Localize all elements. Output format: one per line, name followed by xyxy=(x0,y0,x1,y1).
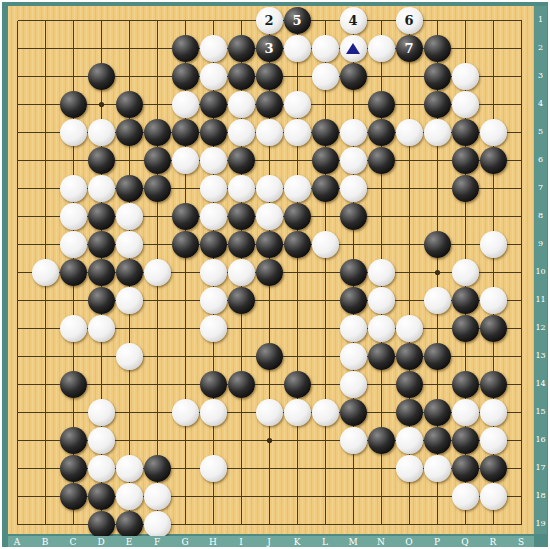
intersection xyxy=(451,454,479,482)
intersection xyxy=(311,202,339,230)
intersection xyxy=(311,90,339,118)
row-label: 5 xyxy=(538,128,543,136)
intersection xyxy=(311,510,339,538)
column-label: D xyxy=(97,537,104,546)
intersection xyxy=(255,146,283,174)
intersection xyxy=(115,230,143,258)
intersection xyxy=(451,258,479,286)
intersection xyxy=(479,202,507,230)
column-label: A xyxy=(14,537,21,546)
intersection xyxy=(3,286,31,314)
white-stone xyxy=(116,287,143,314)
intersection xyxy=(87,370,115,398)
white-stone xyxy=(200,35,227,62)
intersection xyxy=(3,510,31,538)
intersection xyxy=(367,62,395,90)
black-stone xyxy=(228,203,255,230)
white-stone xyxy=(396,119,423,146)
intersection xyxy=(115,6,143,34)
intersection xyxy=(283,258,311,286)
intersection xyxy=(283,202,311,230)
intersection xyxy=(507,34,535,62)
intersection xyxy=(143,454,171,482)
column-label: S xyxy=(518,537,524,546)
intersection xyxy=(255,230,283,258)
white-stone xyxy=(312,399,339,426)
intersection xyxy=(423,34,451,62)
intersection xyxy=(59,146,87,174)
intersection xyxy=(143,286,171,314)
white-stone xyxy=(368,259,395,286)
black-stone xyxy=(228,231,255,258)
intersection xyxy=(479,286,507,314)
intersection xyxy=(171,62,199,90)
intersection xyxy=(255,286,283,314)
intersection xyxy=(283,146,311,174)
white-stone xyxy=(452,63,479,90)
white-stone xyxy=(284,399,311,426)
black-stone xyxy=(424,399,451,426)
black-stone xyxy=(116,119,143,146)
black-stone xyxy=(116,259,143,286)
intersection xyxy=(143,34,171,62)
black-stone xyxy=(228,147,255,174)
column-label: E xyxy=(126,537,133,546)
column-label: N xyxy=(377,537,385,546)
intersection xyxy=(171,258,199,286)
intersection xyxy=(451,286,479,314)
black-stone xyxy=(88,231,115,258)
intersection xyxy=(171,342,199,370)
intersection xyxy=(199,314,227,342)
intersection xyxy=(59,510,87,538)
white-stone xyxy=(340,343,367,370)
black-stone xyxy=(452,371,479,398)
black-stone xyxy=(396,399,423,426)
intersection xyxy=(339,426,367,454)
white-stone xyxy=(340,371,367,398)
white-stone xyxy=(60,203,87,230)
intersection xyxy=(87,426,115,454)
intersection xyxy=(423,202,451,230)
intersection xyxy=(115,454,143,482)
intersection xyxy=(507,118,535,146)
black-stone xyxy=(116,91,143,118)
intersection xyxy=(367,370,395,398)
intersection xyxy=(59,34,87,62)
intersection xyxy=(143,398,171,426)
intersection xyxy=(3,398,31,426)
white-stone xyxy=(60,315,87,342)
intersection xyxy=(59,230,87,258)
intersection xyxy=(59,62,87,90)
black-stone xyxy=(256,259,283,286)
intersection xyxy=(31,426,59,454)
intersection xyxy=(367,202,395,230)
white-stone xyxy=(340,35,367,62)
black-stone xyxy=(88,483,115,510)
intersection xyxy=(199,510,227,538)
white-stone xyxy=(312,63,339,90)
intersection xyxy=(31,370,59,398)
black-stone xyxy=(340,287,367,314)
white-stone xyxy=(480,231,507,258)
intersection xyxy=(395,342,423,370)
intersection xyxy=(451,174,479,202)
black-stone xyxy=(452,315,479,342)
black-stone xyxy=(396,343,423,370)
intersection xyxy=(3,454,31,482)
intersection xyxy=(311,314,339,342)
intersection xyxy=(171,146,199,174)
intersection xyxy=(311,174,339,202)
intersection xyxy=(451,314,479,342)
intersection xyxy=(227,230,255,258)
row-label: 15 xyxy=(535,408,545,416)
intersection xyxy=(367,118,395,146)
intersection xyxy=(143,426,171,454)
intersection xyxy=(423,118,451,146)
black-stone xyxy=(256,343,283,370)
intersection xyxy=(339,398,367,426)
intersection xyxy=(143,370,171,398)
column-labels-strip: ABCDEFGHIJKLMNOPQRS xyxy=(8,536,534,547)
row-label: 18 xyxy=(535,492,545,500)
black-stone xyxy=(312,147,339,174)
intersection xyxy=(339,258,367,286)
white-stone xyxy=(452,259,479,286)
intersection xyxy=(3,314,31,342)
intersection xyxy=(395,482,423,510)
intersection xyxy=(507,90,535,118)
intersection xyxy=(367,258,395,286)
black-stone xyxy=(60,259,87,286)
white-stone xyxy=(172,147,199,174)
intersection xyxy=(311,6,339,34)
black-stone xyxy=(452,175,479,202)
white-stone xyxy=(144,483,171,510)
white-stone xyxy=(228,175,255,202)
intersection xyxy=(3,202,31,230)
intersection xyxy=(367,286,395,314)
intersection xyxy=(199,118,227,146)
intersection xyxy=(339,90,367,118)
intersection xyxy=(367,6,395,34)
black-stone xyxy=(312,119,339,146)
intersection xyxy=(507,510,535,538)
black-stone xyxy=(88,287,115,314)
black-stone xyxy=(144,455,171,482)
intersection xyxy=(115,286,143,314)
black-stone xyxy=(172,119,199,146)
intersection xyxy=(59,454,87,482)
intersection xyxy=(3,230,31,258)
column-label: L xyxy=(322,537,328,546)
intersection xyxy=(227,258,255,286)
intersection xyxy=(283,398,311,426)
intersection xyxy=(423,174,451,202)
white-stone xyxy=(200,259,227,286)
intersection xyxy=(171,118,199,146)
black-stone xyxy=(340,399,367,426)
intersection xyxy=(199,230,227,258)
white-stone: 2 xyxy=(256,7,283,34)
intersection xyxy=(115,426,143,454)
white-stone xyxy=(340,147,367,174)
intersection xyxy=(87,258,115,286)
intersection xyxy=(227,146,255,174)
intersection xyxy=(339,286,367,314)
intersection xyxy=(87,286,115,314)
column-label: F xyxy=(154,537,160,546)
intersection xyxy=(395,118,423,146)
intersection xyxy=(451,342,479,370)
white-stone xyxy=(200,287,227,314)
move-number-label: 3 xyxy=(264,42,273,55)
intersection xyxy=(507,370,535,398)
intersection xyxy=(339,482,367,510)
intersection xyxy=(31,34,59,62)
intersection xyxy=(423,146,451,174)
white-stone xyxy=(396,455,423,482)
intersection xyxy=(311,426,339,454)
white-stone xyxy=(480,483,507,510)
row-label: 10 xyxy=(535,268,545,276)
black-stone: 3 xyxy=(256,35,283,62)
intersection xyxy=(339,454,367,482)
black-stone xyxy=(312,175,339,202)
intersection xyxy=(395,510,423,538)
intersection xyxy=(423,286,451,314)
intersection xyxy=(479,398,507,426)
intersection xyxy=(479,258,507,286)
black-stone xyxy=(424,427,451,454)
intersection xyxy=(479,6,507,34)
intersection xyxy=(87,34,115,62)
black-stone xyxy=(284,231,311,258)
white-stone xyxy=(340,119,367,146)
intersection xyxy=(451,202,479,230)
intersection xyxy=(227,62,255,90)
intersection xyxy=(507,174,535,202)
intersection xyxy=(199,426,227,454)
intersection xyxy=(507,258,535,286)
intersection xyxy=(283,118,311,146)
intersection xyxy=(479,342,507,370)
intersection xyxy=(115,258,143,286)
intersection xyxy=(367,230,395,258)
intersection xyxy=(311,398,339,426)
white-stone xyxy=(480,427,507,454)
black-stone xyxy=(88,203,115,230)
black-stone xyxy=(480,371,507,398)
black-stone xyxy=(368,427,395,454)
intersection xyxy=(143,510,171,538)
intersection xyxy=(283,426,311,454)
intersection xyxy=(395,426,423,454)
intersection xyxy=(171,202,199,230)
black-stone xyxy=(60,455,87,482)
intersection xyxy=(339,62,367,90)
intersection xyxy=(227,342,255,370)
row-label: 2 xyxy=(538,44,543,52)
black-stone xyxy=(368,119,395,146)
column-label: I xyxy=(239,537,243,546)
intersection xyxy=(451,62,479,90)
white-stone xyxy=(172,399,199,426)
intersection: 7 xyxy=(395,34,423,62)
intersection xyxy=(87,6,115,34)
intersection xyxy=(255,118,283,146)
intersection xyxy=(423,62,451,90)
black-stone xyxy=(88,147,115,174)
intersection xyxy=(283,62,311,90)
black-stone xyxy=(228,63,255,90)
black-stone xyxy=(200,371,227,398)
white-stone xyxy=(200,63,227,90)
white-stone xyxy=(200,399,227,426)
white-stone xyxy=(312,231,339,258)
intersection xyxy=(3,258,31,286)
intersection xyxy=(367,482,395,510)
intersection xyxy=(171,426,199,454)
black-stone xyxy=(200,91,227,118)
black-stone xyxy=(452,119,479,146)
intersection xyxy=(199,286,227,314)
white-stone xyxy=(60,119,87,146)
row-label: 3 xyxy=(538,72,543,80)
intersection xyxy=(451,398,479,426)
intersection xyxy=(171,314,199,342)
intersection xyxy=(171,34,199,62)
intersection xyxy=(367,90,395,118)
white-stone xyxy=(200,455,227,482)
intersection xyxy=(171,286,199,314)
intersection xyxy=(227,454,255,482)
intersection xyxy=(451,510,479,538)
intersection xyxy=(31,230,59,258)
intersection xyxy=(59,342,87,370)
intersection xyxy=(367,174,395,202)
row-label: 1 xyxy=(538,16,543,24)
intersection xyxy=(451,118,479,146)
black-stone xyxy=(172,35,199,62)
intersection xyxy=(3,342,31,370)
intersection xyxy=(227,6,255,34)
intersection xyxy=(339,342,367,370)
row-label: 7 xyxy=(538,184,543,192)
white-stone xyxy=(396,427,423,454)
intersection xyxy=(255,370,283,398)
black-stone: 7 xyxy=(396,35,423,62)
intersection xyxy=(423,90,451,118)
white-stone xyxy=(88,399,115,426)
intersection xyxy=(87,62,115,90)
intersection xyxy=(143,482,171,510)
white-stone xyxy=(480,399,507,426)
intersection xyxy=(255,454,283,482)
white-stone xyxy=(340,175,367,202)
white-stone xyxy=(284,91,311,118)
intersection xyxy=(339,202,367,230)
row-label: 4 xyxy=(538,100,543,108)
black-stone xyxy=(116,175,143,202)
intersection xyxy=(451,90,479,118)
intersection xyxy=(507,398,535,426)
intersection xyxy=(507,146,535,174)
intersection xyxy=(395,286,423,314)
intersection xyxy=(283,482,311,510)
intersection xyxy=(395,314,423,342)
black-stone xyxy=(340,63,367,90)
black-stone xyxy=(424,231,451,258)
intersection xyxy=(115,146,143,174)
white-stone xyxy=(88,175,115,202)
intersection xyxy=(227,118,255,146)
intersection xyxy=(339,146,367,174)
intersection xyxy=(311,62,339,90)
white-stone xyxy=(424,119,451,146)
intersection xyxy=(3,34,31,62)
row-label: 19 xyxy=(535,520,545,528)
black-stone xyxy=(144,119,171,146)
white-stone xyxy=(116,455,143,482)
intersection xyxy=(339,510,367,538)
black-stone xyxy=(424,35,451,62)
black-stone xyxy=(480,147,507,174)
intersection xyxy=(255,398,283,426)
black-stone xyxy=(340,203,367,230)
intersection xyxy=(507,482,535,510)
white-stone xyxy=(340,315,367,342)
white-stone xyxy=(284,35,311,62)
intersection xyxy=(311,286,339,314)
intersection: 4 xyxy=(339,6,367,34)
black-stone xyxy=(144,175,171,202)
white-stone xyxy=(424,287,451,314)
intersection xyxy=(171,174,199,202)
column-label: P xyxy=(434,537,440,546)
black-stone xyxy=(172,231,199,258)
intersection xyxy=(143,258,171,286)
black-stone xyxy=(368,343,395,370)
white-stone xyxy=(480,287,507,314)
intersection xyxy=(395,174,423,202)
white-stone xyxy=(368,315,395,342)
row-label: 11 xyxy=(535,296,545,304)
white-stone xyxy=(200,203,227,230)
intersection xyxy=(115,34,143,62)
intersection xyxy=(339,370,367,398)
white-stone xyxy=(452,91,479,118)
triangle-marker xyxy=(346,43,360,54)
intersection xyxy=(87,202,115,230)
intersection xyxy=(31,6,59,34)
intersection xyxy=(143,146,171,174)
white-stone xyxy=(144,511,171,538)
intersection xyxy=(507,6,535,34)
black-stone xyxy=(452,287,479,314)
white-stone xyxy=(88,455,115,482)
intersection xyxy=(451,146,479,174)
intersection xyxy=(199,398,227,426)
intersection xyxy=(339,230,367,258)
intersection xyxy=(311,482,339,510)
white-stone xyxy=(312,35,339,62)
intersection xyxy=(423,370,451,398)
white-stone xyxy=(32,259,59,286)
intersection xyxy=(87,146,115,174)
